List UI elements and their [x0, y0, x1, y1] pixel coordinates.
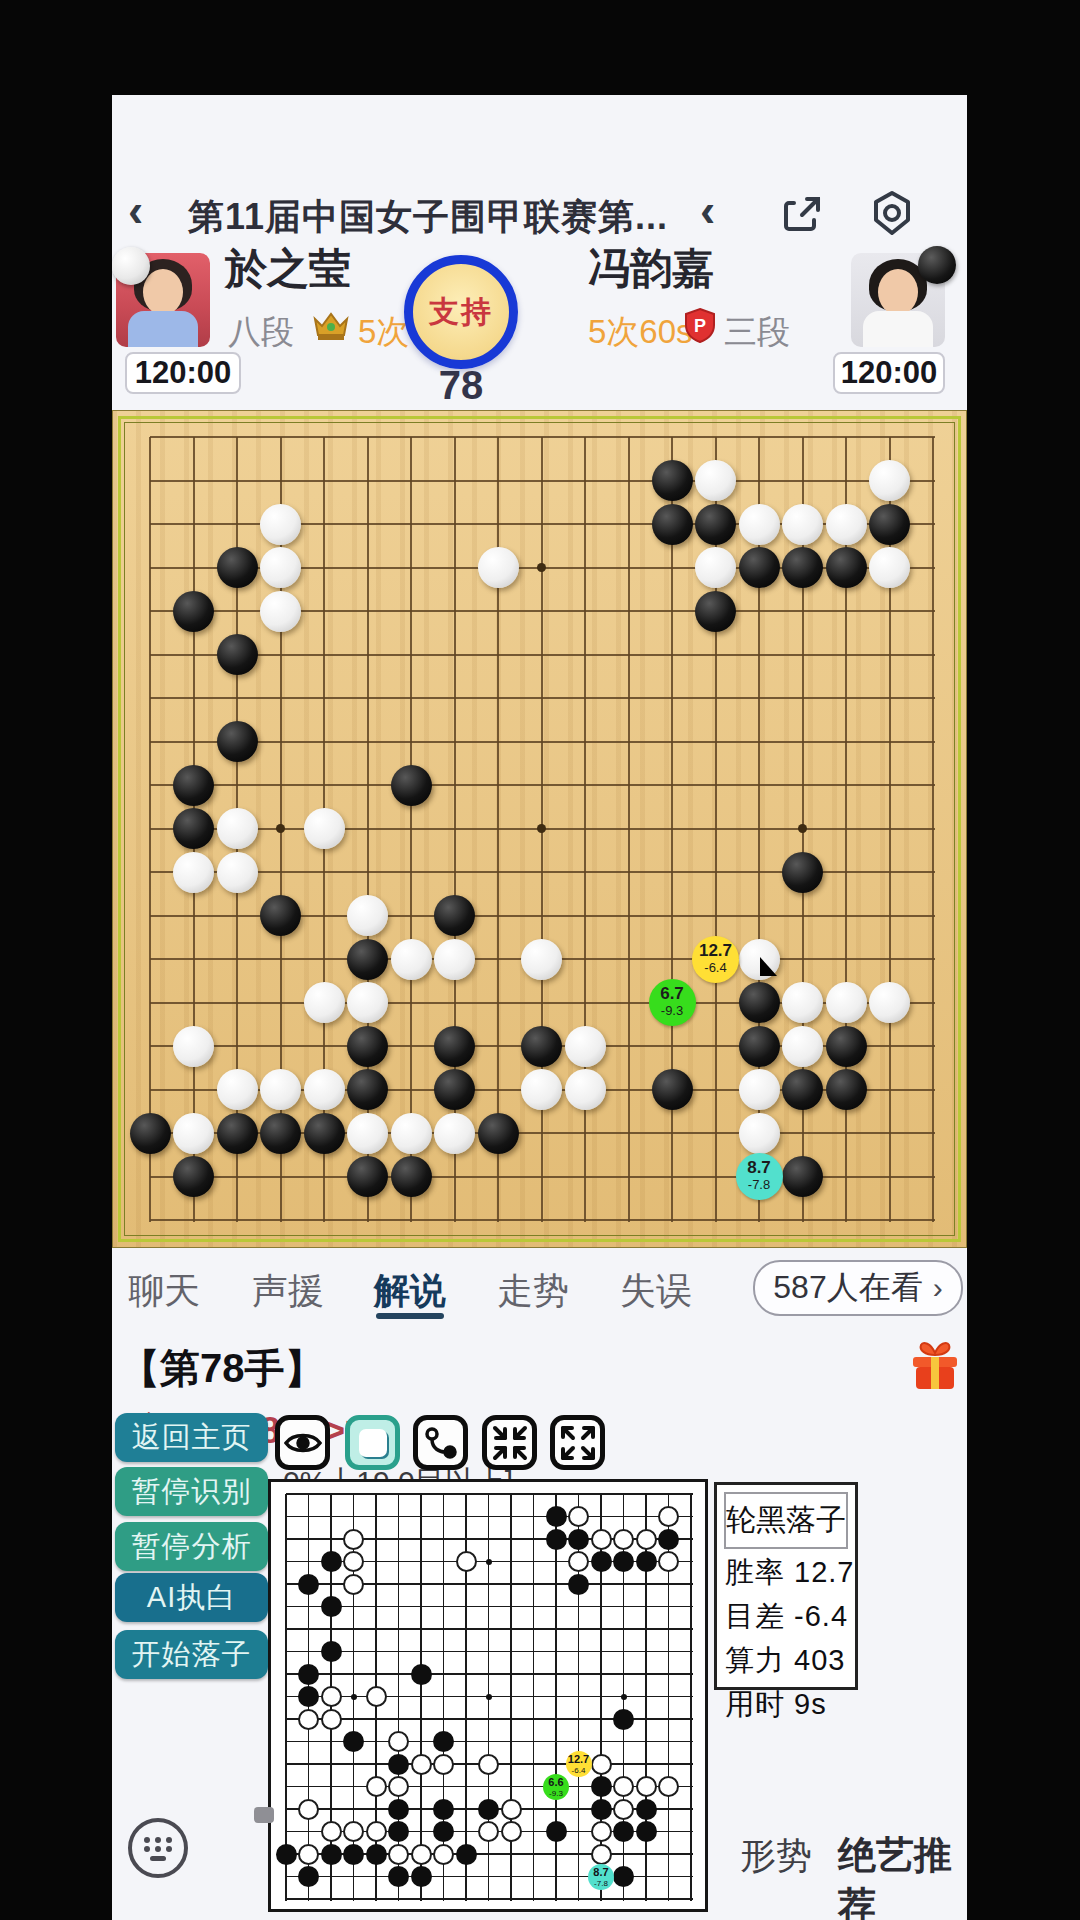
black-stone-3-6	[217, 634, 258, 675]
black-stone-17-4	[636, 1551, 657, 1572]
black-stone-14-3	[568, 1529, 589, 1550]
black-stone-5-17	[366, 1844, 387, 1865]
grid-line	[285, 1494, 287, 1901]
black-stone-1-17	[276, 1844, 297, 1865]
player-right-clock: 120:00	[833, 352, 945, 394]
white-stone-17-3	[636, 1529, 657, 1550]
ai-move-label-2[interactable]: 6.7-9.3	[649, 979, 696, 1026]
grid-line	[286, 1628, 693, 1630]
black-stone-16-4	[613, 1551, 634, 1572]
grid-line	[286, 1651, 693, 1653]
grid-line	[150, 697, 935, 699]
white-stone-4-16	[260, 1069, 301, 1110]
eye-icon[interactable]	[275, 1415, 330, 1470]
white-stone-17-3	[826, 504, 867, 545]
white-stone-2-11	[298, 1709, 319, 1730]
white-stone-5-14	[366, 1776, 387, 1797]
white-stone-9-4	[456, 1551, 477, 1572]
star-point	[798, 824, 807, 833]
chevron-right-icon: ›	[933, 1271, 943, 1305]
move-heading: 【第78手】	[120, 1341, 325, 1396]
black-stone-6-15	[347, 1026, 388, 1067]
white-stone-11-15	[501, 1799, 522, 1820]
black-stone-2-9	[173, 765, 214, 806]
white-stone-8-13	[433, 1754, 454, 1775]
grid-line	[150, 480, 935, 482]
white-stone-5-10	[304, 808, 345, 849]
black-stone-16-16	[782, 1069, 823, 1110]
grid-line	[628, 437, 630, 1222]
star-point	[276, 824, 285, 833]
white-stone-8-17	[433, 1844, 454, 1865]
tab-3[interactable]: 解说	[374, 1267, 446, 1316]
black-stone-2-18	[298, 1866, 319, 1887]
black-stone-16-18	[782, 1156, 823, 1197]
white-stone-3-11	[217, 852, 258, 893]
black-stone-16-4	[782, 547, 823, 588]
white-stone-15-16	[591, 1821, 612, 1842]
grid-line	[150, 654, 935, 656]
white-stone-17-14	[636, 1776, 657, 1797]
white-stone-11-16	[565, 1069, 606, 1110]
player-right-name: 冯韵嘉	[588, 241, 738, 297]
black-stone-14-3	[695, 504, 736, 545]
ai-move-label-2[interactable]: 6.6-9.3	[543, 1774, 569, 1800]
ai-move-label-1[interactable]: 12.7-6.4	[566, 1751, 592, 1777]
white-stone-3-16	[321, 1821, 342, 1842]
star-point	[351, 1694, 357, 1700]
tab-5[interactable]: 失误	[620, 1267, 692, 1316]
white-stone-3-10	[217, 808, 258, 849]
black-stone-13-3	[546, 1529, 567, 1550]
grid-line	[286, 1516, 693, 1518]
support-label: 支持	[429, 292, 493, 333]
black-stone-15-14	[739, 982, 780, 1023]
player-left-rank: 八段	[228, 310, 294, 355]
black-stone-7-9	[411, 1664, 432, 1685]
frame-icon-inner	[359, 1429, 387, 1457]
star-point	[537, 824, 546, 833]
player-left-clock: 120:00	[125, 352, 241, 394]
black-stone-10-15	[478, 1799, 499, 1820]
black-stone-badge	[918, 246, 956, 284]
black-stone-3-8	[217, 721, 258, 762]
white-stone-15-17	[591, 1844, 612, 1865]
black-stone-17-16	[826, 1069, 867, 1110]
black-stone-18-3	[658, 1529, 679, 1550]
black-stone-3-6	[321, 1596, 342, 1617]
white-stone-8-17	[434, 1113, 475, 1154]
white-stone-2-17	[298, 1844, 319, 1865]
black-stone-9-17	[478, 1113, 519, 1154]
white-stone-16-3	[782, 504, 823, 545]
white-stone-10-16	[521, 1069, 562, 1110]
black-stone-16-11	[782, 852, 823, 893]
grid-line	[286, 1493, 693, 1495]
player-right-timeouts: 5次60s	[588, 310, 693, 355]
black-stone-3-8	[321, 1641, 342, 1662]
white-stone-14-4	[695, 547, 736, 588]
viewers-pill[interactable]: 587人在看 ›	[753, 1260, 963, 1316]
share-icon[interactable]	[780, 191, 826, 241]
white-stone-3-11	[321, 1709, 342, 1730]
black-stone-6-13	[347, 939, 388, 980]
white-stone-7-17	[391, 1113, 432, 1154]
white-stone-6-12	[388, 1731, 409, 1752]
avatar-left-face	[143, 269, 183, 315]
white-stone-4-5	[343, 1574, 364, 1595]
white-stone-17-14	[826, 982, 867, 1023]
black-stone-8-16	[434, 1069, 475, 1110]
settings-icon[interactable]	[868, 189, 916, 241]
stat-4: 用时 9s	[725, 1685, 855, 1725]
black-stone-13-3	[652, 504, 693, 545]
black-stone-16-18	[613, 1866, 634, 1887]
white-stone-2-15	[173, 1026, 214, 1067]
white-stone-6-12	[347, 895, 388, 936]
white-stone-4-4	[343, 1551, 364, 1572]
black-stone-3-4	[321, 1551, 342, 1572]
black-stone-6-16	[347, 1069, 388, 1110]
grid-line	[149, 437, 151, 1222]
player-right-rank: 三段	[724, 310, 790, 355]
black-stone-8-15	[434, 1026, 475, 1067]
grid-line	[420, 1494, 422, 1901]
black-stone-6-16	[388, 1821, 409, 1842]
phone-screenshot: ‹ 第11届中国女子围甲联赛第... ‹ 於之莹 八段 5次60s 120:00…	[0, 0, 1080, 1920]
white-stone-15-17	[739, 1113, 780, 1154]
white-stone-7-17	[411, 1844, 432, 1865]
black-stone-15-4	[739, 547, 780, 588]
emoji-keyboard-icon[interactable]	[128, 1818, 188, 1878]
white-stone-4-3	[343, 1529, 364, 1550]
black-stone-8-12	[433, 1731, 454, 1752]
crown-icon	[312, 309, 350, 347]
ai-move-label-1[interactable]: 12.7-6.4	[692, 936, 739, 983]
route-icon[interactable]	[413, 1415, 468, 1470]
grid-line	[150, 436, 935, 438]
black-stone-15-14	[591, 1776, 612, 1797]
black-stone-4-17	[343, 1844, 364, 1865]
black-stone-2-5	[298, 1574, 319, 1595]
white-stone-15-3	[591, 1529, 612, 1550]
white-stone-4-5	[260, 591, 301, 632]
white-stone-7-13	[411, 1754, 432, 1775]
white-stone-2-17	[173, 1113, 214, 1154]
star-point	[621, 1694, 627, 1700]
black-stone-6-15	[388, 1799, 409, 1820]
black-stone-16-16	[613, 1821, 634, 1842]
white-stone-4-4	[260, 547, 301, 588]
support-button[interactable]: 支持	[404, 255, 518, 369]
tab-1[interactable]: 聊天	[128, 1267, 200, 1316]
grid-line	[150, 784, 935, 786]
white-stone-16-14	[613, 1776, 634, 1797]
black-stone-7-18	[411, 1866, 432, 1887]
grid-line	[286, 1898, 693, 1900]
white-stone-14-2	[568, 1506, 589, 1527]
white-stone-18-4	[869, 547, 910, 588]
black-stone-4-12	[260, 895, 301, 936]
white-stone-6-14	[347, 982, 388, 1023]
white-stone-10-13	[478, 1754, 499, 1775]
black-stone-8-16	[433, 1821, 454, 1842]
white-stone-16-15	[782, 1026, 823, 1067]
grid-line	[150, 1219, 935, 1221]
black-stone-18-3	[869, 504, 910, 545]
black-stone-15-15	[739, 1026, 780, 1067]
black-stone-17-15	[636, 1799, 657, 1820]
mini-go-board[interactable]: 12.7-6.46.6-9.38.7-7.8	[268, 1479, 708, 1912]
black-stone-4-17	[260, 1113, 301, 1154]
overlay-button-2[interactable]: 暂停识别	[115, 1467, 268, 1516]
black-stone-2-9	[298, 1664, 319, 1685]
grid-line	[690, 1494, 692, 1901]
white-stone-9-4	[478, 547, 519, 588]
ai-move-label-3[interactable]: 8.7-7.8	[736, 1153, 783, 1200]
white-stone-18-14	[869, 982, 910, 1023]
gift-icon[interactable]	[905, 1335, 965, 1399]
grid-line	[286, 1673, 693, 1675]
white-stone-badge	[112, 247, 150, 285]
analysis-stats: 胜率 12.7目差 -6.4算力 403用时 9s	[717, 1553, 855, 1725]
white-stone-4-16	[343, 1821, 364, 1842]
tab-2[interactable]: 声援	[252, 1267, 324, 1316]
expand-icon[interactable]	[550, 1415, 605, 1470]
recommend-label[interactable]: 绝艺推荐	[838, 1830, 967, 1920]
black-stone-13-16	[652, 1069, 693, 1110]
white-stone-18-14	[658, 1776, 679, 1797]
white-stone-11-15	[565, 1026, 606, 1067]
svg-text:P: P	[694, 316, 706, 336]
black-stone-17-16	[636, 1821, 657, 1842]
white-stone-8-13	[434, 939, 475, 980]
black-stone-3-17	[217, 1113, 258, 1154]
stat-2: 目差 -6.4	[725, 1597, 855, 1637]
star-point	[486, 1694, 492, 1700]
star-point	[486, 1559, 492, 1565]
white-stone-4-3	[260, 504, 301, 545]
situation-label[interactable]: 形势	[740, 1832, 812, 1881]
analysis-panel: 轮黑落子 胜率 12.7目差 -6.4算力 403用时 9s	[714, 1482, 858, 1690]
black-stone-6-13	[388, 1754, 409, 1775]
black-stone-6-18	[347, 1156, 388, 1197]
black-stone-1-17	[130, 1113, 171, 1154]
black-stone-3-17	[321, 1844, 342, 1865]
white-stone-10-16	[478, 1821, 499, 1842]
white-stone-15-16	[739, 1069, 780, 1110]
white-stone-15-3	[739, 504, 780, 545]
back-icon[interactable]: ‹	[128, 190, 143, 230]
white-stone-6-14	[388, 1776, 409, 1797]
black-stone-4-12	[343, 1731, 364, 1752]
black-stone-14-5	[568, 1574, 589, 1595]
black-stone-15-4	[591, 1551, 612, 1572]
black-stone-15-15	[591, 1799, 612, 1820]
white-stone-18-2	[869, 460, 910, 501]
white-stone-16-14	[782, 982, 823, 1023]
black-stone-13-2	[652, 460, 693, 501]
stat-3: 算力 403	[725, 1641, 855, 1681]
ai-move-label-3[interactable]: 8.7-7.8	[588, 1864, 614, 1890]
collapse-icon[interactable]: ‹	[700, 190, 715, 230]
white-stone-11-16	[501, 1821, 522, 1842]
tab-4[interactable]: 走势	[497, 1267, 569, 1316]
viewers-count: 587人在看	[773, 1266, 922, 1310]
active-tab-underline	[376, 1313, 444, 1319]
white-stone-5-16	[366, 1821, 387, 1842]
black-stone-9-17	[456, 1844, 477, 1865]
player-left-name: 於之莹	[225, 241, 351, 297]
black-stone-3-4	[217, 547, 258, 588]
black-stone-8-12	[434, 895, 475, 936]
white-stone-3-16	[217, 1069, 258, 1110]
black-stone-2-18	[173, 1156, 214, 1197]
black-stone-13-16	[546, 1821, 567, 1842]
white-stone-2-11	[173, 852, 214, 893]
drag-handle[interactable]	[254, 1807, 274, 1823]
white-stone-5-10	[366, 1686, 387, 1707]
go-app: ‹ 第11届中国女子围甲联赛第... ‹ 於之莹 八段 5次60s 120:00…	[112, 95, 967, 1920]
black-stone-6-18	[388, 1866, 409, 1887]
white-stone-6-17	[347, 1113, 388, 1154]
black-stone-13-2	[546, 1506, 567, 1527]
avatar-right-body	[863, 311, 933, 347]
avatar-left-body	[128, 311, 198, 347]
black-stone-2-10	[173, 808, 214, 849]
black-stone-2-10	[298, 1686, 319, 1707]
black-stone-16-11	[613, 1709, 634, 1730]
shield-p-icon: P	[684, 307, 716, 347]
white-stone-6-17	[388, 1844, 409, 1865]
grid-line	[150, 741, 935, 743]
white-stone-5-16	[304, 1069, 345, 1110]
overlay-button-5[interactable]: 开始落子	[115, 1630, 268, 1679]
overlay-button-3[interactable]: 暂停分析	[115, 1522, 268, 1571]
grid-line	[533, 1494, 535, 1901]
black-stone-17-15	[826, 1026, 867, 1067]
star-point	[537, 563, 546, 572]
overlay-button-4[interactable]: AI执白	[115, 1573, 268, 1622]
white-stone-16-15	[613, 1799, 634, 1820]
black-stone-17-4	[826, 547, 867, 588]
white-stone-16-3	[613, 1529, 634, 1550]
grid-line	[932, 437, 934, 1222]
white-stone-14-2	[695, 460, 736, 501]
black-stone-8-15	[433, 1799, 454, 1820]
overlay-button-1[interactable]: 返回主页	[115, 1413, 268, 1462]
grid-line	[286, 1606, 693, 1608]
compress-icon[interactable]	[482, 1415, 537, 1470]
frame-icon-active[interactable]	[345, 1415, 400, 1470]
white-stone-18-4	[658, 1551, 679, 1572]
black-stone-2-5	[173, 591, 214, 632]
grid-line	[410, 437, 412, 1222]
black-stone-14-5	[695, 591, 736, 632]
white-stone-5-14	[304, 982, 345, 1023]
black-stone-5-17	[304, 1113, 345, 1154]
avatar-right-face	[878, 269, 918, 315]
black-stone-7-18	[391, 1156, 432, 1197]
white-stone-14-4	[568, 1551, 589, 1572]
white-stone-2-15	[298, 1799, 319, 1820]
white-stone-7-13	[391, 939, 432, 980]
white-stone-18-2	[658, 1506, 679, 1527]
main-go-board[interactable]: 12.7-6.46.7-9.38.7-7.8	[112, 410, 967, 1248]
black-stone-7-9	[391, 765, 432, 806]
stat-1: 胜率 12.7	[725, 1553, 855, 1593]
black-stone-10-15	[521, 1026, 562, 1067]
white-stone-10-13	[521, 939, 562, 980]
white-stone-15-13	[591, 1754, 612, 1775]
page-title: 第11届中国女子围甲联赛第...	[188, 193, 668, 242]
move-number: 78	[404, 363, 518, 408]
white-stone-3-10	[321, 1686, 342, 1707]
turn-indicator: 轮黑落子	[724, 1492, 848, 1549]
